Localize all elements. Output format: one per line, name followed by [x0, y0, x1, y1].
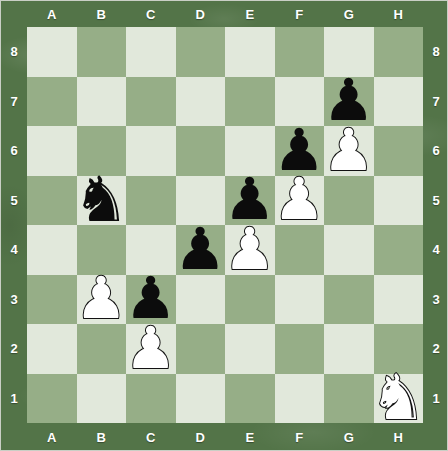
white-pawn[interactable]: ♟ — [125, 319, 177, 377]
rank-label-3: 3 — [423, 275, 448, 325]
white-pawn[interactable]: ♟ — [224, 220, 276, 278]
square-a2[interactable] — [27, 324, 77, 374]
file-label-a: A — [27, 423, 77, 451]
square-a1[interactable] — [27, 374, 77, 424]
square-d8[interactable] — [176, 27, 226, 77]
white-pawn[interactable]: ♟ — [273, 170, 325, 228]
file-label-f: F — [275, 423, 325, 451]
square-g1[interactable] — [324, 374, 374, 424]
square-a5[interactable] — [27, 176, 77, 226]
black-knight[interactable]: ♞ — [73, 168, 129, 231]
square-g6[interactable]: ♟ — [324, 126, 374, 176]
white-pawn[interactable]: ♟ — [75, 269, 127, 327]
rank-labels-left: 8 7 6 5 4 3 2 1 — [1, 27, 27, 423]
square-c5[interactable] — [126, 176, 176, 226]
rank-label-1: 1 — [423, 374, 448, 424]
square-e4[interactable]: ♟ — [225, 225, 275, 275]
square-e8[interactable] — [225, 27, 275, 77]
square-f2[interactable] — [275, 324, 325, 374]
square-a7[interactable] — [27, 77, 77, 127]
square-h7[interactable] — [374, 77, 424, 127]
board: ♟♟♟♞♟♟♟♟♟♟♟♞ — [27, 27, 423, 423]
square-h4[interactable] — [374, 225, 424, 275]
square-b5[interactable]: ♞ — [77, 176, 127, 226]
white-pawn[interactable]: ♟ — [323, 121, 375, 179]
square-c6[interactable] — [126, 126, 176, 176]
square-f3[interactable] — [275, 275, 325, 325]
square-d6[interactable] — [176, 126, 226, 176]
rank-label-8: 8 — [1, 27, 27, 77]
file-label-b: B — [77, 423, 127, 451]
square-e1[interactable] — [225, 374, 275, 424]
square-h1[interactable]: ♞ — [374, 374, 424, 424]
rank-labels-right: 8 7 6 5 4 3 2 1 — [423, 27, 448, 423]
square-c7[interactable] — [126, 77, 176, 127]
file-label-g: G — [324, 1, 374, 27]
rank-label-6: 6 — [423, 126, 448, 176]
square-b8[interactable] — [77, 27, 127, 77]
file-label-a: A — [27, 1, 77, 27]
square-f1[interactable] — [275, 374, 325, 424]
square-g2[interactable] — [324, 324, 374, 374]
square-d1[interactable] — [176, 374, 226, 424]
rank-label-4: 4 — [1, 225, 27, 275]
file-label-d: D — [176, 1, 226, 27]
rank-label-1: 1 — [1, 374, 27, 424]
rank-label-6: 6 — [1, 126, 27, 176]
square-g3[interactable] — [324, 275, 374, 325]
white-knight[interactable]: ♞ — [370, 366, 426, 429]
square-a4[interactable] — [27, 225, 77, 275]
square-a6[interactable] — [27, 126, 77, 176]
rank-label-7: 7 — [1, 77, 27, 127]
rank-label-2: 2 — [1, 324, 27, 374]
rank-label-7: 7 — [423, 77, 448, 127]
square-b3[interactable]: ♟ — [77, 275, 127, 325]
black-pawn[interactable]: ♟ — [174, 220, 226, 278]
square-h6[interactable] — [374, 126, 424, 176]
file-label-g: G — [324, 423, 374, 451]
file-label-d: D — [176, 423, 226, 451]
square-h3[interactable] — [374, 275, 424, 325]
square-e2[interactable] — [225, 324, 275, 374]
rank-label-8: 8 — [423, 27, 448, 77]
square-c8[interactable] — [126, 27, 176, 77]
rank-label-5: 5 — [423, 176, 448, 226]
file-labels-bottom: A B C D E F G H — [27, 423, 423, 451]
file-label-f: F — [275, 1, 325, 27]
file-label-e: E — [225, 423, 275, 451]
square-f8[interactable] — [275, 27, 325, 77]
file-label-b: B — [77, 1, 127, 27]
square-f5[interactable]: ♟ — [275, 176, 325, 226]
square-a3[interactable] — [27, 275, 77, 325]
rank-label-5: 5 — [1, 176, 27, 226]
file-labels-top: A B C D E F G H — [27, 1, 423, 27]
square-c2[interactable]: ♟ — [126, 324, 176, 374]
rank-label-2: 2 — [423, 324, 448, 374]
square-d4[interactable]: ♟ — [176, 225, 226, 275]
file-label-c: C — [126, 1, 176, 27]
rank-label-4: 4 — [423, 225, 448, 275]
chess-board-frame: A B C D E F G H A B C D E F G H 8 7 6 5 … — [0, 0, 448, 451]
square-d2[interactable] — [176, 324, 226, 374]
square-g4[interactable] — [324, 225, 374, 275]
file-label-c: C — [126, 423, 176, 451]
square-a8[interactable] — [27, 27, 77, 77]
square-e7[interactable] — [225, 77, 275, 127]
file-label-h: H — [374, 1, 424, 27]
square-d7[interactable] — [176, 77, 226, 127]
file-label-e: E — [225, 1, 275, 27]
rank-label-3: 3 — [1, 275, 27, 325]
square-b1[interactable] — [77, 374, 127, 424]
square-b7[interactable] — [77, 77, 127, 127]
square-h5[interactable] — [374, 176, 424, 226]
square-h8[interactable] — [374, 27, 424, 77]
